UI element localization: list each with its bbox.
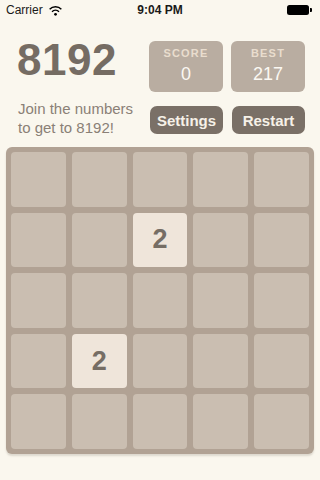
- grid-cell: [72, 152, 127, 207]
- grid-cell: [11, 334, 66, 389]
- grid-cell: [11, 394, 66, 449]
- game-board[interactable]: 22: [6, 147, 314, 454]
- grid-cell: [133, 152, 188, 207]
- grid-cell: [193, 334, 248, 389]
- grid-cell: [193, 394, 248, 449]
- grid-cell: [11, 152, 66, 207]
- score-label: SCORE: [149, 47, 223, 59]
- status-bar: Carrier 9:04 PM: [0, 0, 320, 20]
- subtitle-line-2: to get to 8192!: [18, 119, 114, 136]
- grid-cell: [254, 394, 309, 449]
- tile-2: 2: [72, 334, 127, 389]
- app-screen: Carrier 9:04 PM 8192 SCORE 0 BEST 217 Jo…: [0, 0, 320, 480]
- restart-button[interactable]: Restart: [232, 106, 305, 134]
- grid-cell: [133, 394, 188, 449]
- subtitle-line-1: Join the numbers: [18, 100, 133, 117]
- grid-cell: [193, 213, 248, 268]
- grid-cell: [254, 152, 309, 207]
- tile-2: 2: [133, 213, 188, 268]
- battery-icon: [287, 5, 309, 15]
- grid-cell: [11, 213, 66, 268]
- grid-cell: [254, 213, 309, 268]
- grid-cell: [193, 152, 248, 207]
- subtitle: Join the numbers to get to 8192!: [18, 99, 153, 137]
- grid-cell: [133, 273, 188, 328]
- grid-cell: [72, 394, 127, 449]
- score-value: 0: [149, 64, 223, 85]
- clock: 9:04 PM: [0, 3, 320, 17]
- game-title: 8192: [17, 34, 117, 86]
- grid-cell: [254, 334, 309, 389]
- grid-cell: [193, 273, 248, 328]
- settings-button[interactable]: Settings: [150, 106, 223, 134]
- grid-cell: [72, 273, 127, 328]
- best-value: 217: [231, 64, 305, 85]
- score-box: SCORE 0: [149, 41, 223, 92]
- best-label: BEST: [231, 47, 305, 59]
- grid-cell: [72, 213, 127, 268]
- best-box: BEST 217: [231, 41, 305, 92]
- grid-cell: [133, 334, 188, 389]
- grid-cell: [11, 273, 66, 328]
- grid-cell: [254, 273, 309, 328]
